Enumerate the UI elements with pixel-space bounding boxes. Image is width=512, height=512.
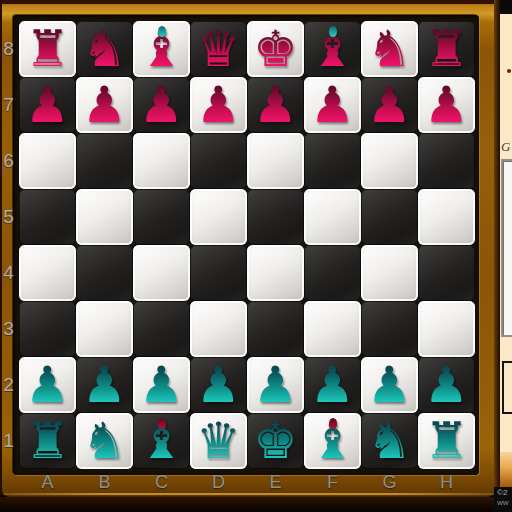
piece-black-bishop[interactable]: ♝: [304, 21, 361, 77]
square-d5[interactable]: [190, 189, 247, 245]
piece-black-queen[interactable]: ♛: [190, 21, 247, 77]
square-d4[interactable]: [190, 245, 247, 301]
bishop-tip-icon: [329, 418, 337, 429]
square-a6[interactable]: [19, 133, 76, 189]
square-e6[interactable]: [247, 133, 304, 189]
file-label-f: F: [304, 470, 361, 494]
piece-white-knight[interactable]: ♞: [361, 413, 418, 469]
rank-label-7: 7: [0, 77, 17, 133]
panel-button[interactable]: [502, 361, 512, 414]
piece-white-pawn[interactable]: ♟: [361, 357, 418, 413]
piece-black-knight[interactable]: ♞: [76, 21, 133, 77]
square-a1[interactable]: ♜: [19, 413, 76, 469]
move-list-box[interactable]: [501, 159, 512, 337]
file-label-b: B: [76, 470, 133, 494]
file-label-e: E: [247, 470, 304, 494]
rank-label-6: 6: [0, 133, 17, 189]
bishop-tip-icon: [329, 26, 337, 37]
piece-black-pawn[interactable]: ♟: [190, 77, 247, 133]
piece-black-rook[interactable]: ♜: [418, 21, 475, 77]
piece-black-bishop[interactable]: ♝: [133, 21, 190, 77]
square-e5[interactable]: [247, 189, 304, 245]
square-d2[interactable]: ♟: [190, 357, 247, 413]
piece-white-knight[interactable]: ♞: [76, 413, 133, 469]
piece-white-rook[interactable]: ♜: [418, 413, 475, 469]
chess-app-window: ♜♞♝♛♚♝♞♜♟♟♟♟♟♟♟♟♟♟♟♟♟♟♟♟♜♞♝♛♚♝♞♜ 8765432…: [0, 0, 512, 512]
square-h5[interactable]: [418, 189, 475, 245]
square-d7[interactable]: ♟: [190, 77, 247, 133]
square-a3[interactable]: [19, 301, 76, 357]
square-g2[interactable]: ♟: [361, 357, 418, 413]
square-f5[interactable]: [304, 189, 361, 245]
side-panel-section-label: G: [501, 139, 510, 155]
square-h4[interactable]: [418, 245, 475, 301]
rank-label-2: 2: [0, 357, 17, 413]
square-b1[interactable]: ♞: [76, 413, 133, 469]
square-e4[interactable]: [247, 245, 304, 301]
rank-label-5: 5: [0, 189, 17, 245]
square-b2[interactable]: ♟: [76, 357, 133, 413]
piece-black-pawn[interactable]: ♟: [19, 77, 76, 133]
piece-black-rook[interactable]: ♜: [19, 21, 76, 77]
frame-bottom-shadow: [0, 497, 497, 512]
square-d8[interactable]: ♛: [190, 21, 247, 77]
square-g5[interactable]: [361, 189, 418, 245]
square-h8[interactable]: ♜: [418, 21, 475, 77]
side-panel-header: [500, 0, 512, 14]
rank-label-8: 8: [0, 21, 17, 77]
piece-black-knight[interactable]: ♞: [361, 21, 418, 77]
square-c6[interactable]: [133, 133, 190, 189]
rank-label-1: 1: [0, 413, 17, 469]
square-g8[interactable]: ♞: [361, 21, 418, 77]
piece-white-pawn[interactable]: ♟: [304, 357, 361, 413]
copyright-line2: ww: [497, 498, 512, 508]
piece-black-pawn[interactable]: ♟: [361, 77, 418, 133]
copyright-footer: ©2 ww: [494, 487, 512, 512]
rank-labels: 87654321: [0, 21, 17, 469]
piece-black-pawn[interactable]: ♟: [133, 77, 190, 133]
square-e1[interactable]: ♚: [247, 413, 304, 469]
square-f1[interactable]: ♝: [304, 413, 361, 469]
square-d6[interactable]: [190, 133, 247, 189]
chess-board[interactable]: ♜♞♝♛♚♝♞♜♟♟♟♟♟♟♟♟♟♟♟♟♟♟♟♟♜♞♝♛♚♝♞♜: [19, 21, 475, 469]
square-f7[interactable]: ♟: [304, 77, 361, 133]
square-f3[interactable]: [304, 301, 361, 357]
square-a7[interactable]: ♟: [19, 77, 76, 133]
square-c5[interactable]: [133, 189, 190, 245]
square-a4[interactable]: [19, 245, 76, 301]
piece-white-bishop[interactable]: ♝: [304, 413, 361, 469]
square-f4[interactable]: [304, 245, 361, 301]
square-c7[interactable]: ♟: [133, 77, 190, 133]
square-h6[interactable]: [418, 133, 475, 189]
square-a5[interactable]: [19, 189, 76, 245]
square-e8[interactable]: ♚: [247, 21, 304, 77]
file-label-g: G: [361, 470, 418, 494]
file-label-c: C: [133, 470, 190, 494]
square-b5[interactable]: [76, 189, 133, 245]
square-c2[interactable]: ♟: [133, 357, 190, 413]
side-panel: G ©2 ww: [500, 0, 512, 512]
square-f2[interactable]: ♟: [304, 357, 361, 413]
bishop-tip-icon: [158, 418, 166, 429]
file-labels: ABCDEFGH: [19, 470, 475, 494]
square-b8[interactable]: ♞: [76, 21, 133, 77]
piece-white-pawn[interactable]: ♟: [418, 357, 475, 413]
piece-white-pawn[interactable]: ♟: [190, 357, 247, 413]
piece-black-pawn[interactable]: ♟: [304, 77, 361, 133]
square-c1[interactable]: ♝: [133, 413, 190, 469]
square-c4[interactable]: [133, 245, 190, 301]
bullet-icon: [507, 69, 511, 73]
square-e7[interactable]: ♟: [247, 77, 304, 133]
piece-black-king[interactable]: ♚: [247, 21, 304, 77]
square-b6[interactable]: [76, 133, 133, 189]
square-d1[interactable]: ♛: [190, 413, 247, 469]
square-a2[interactable]: ♟: [19, 357, 76, 413]
piece-white-rook[interactable]: ♜: [19, 413, 76, 469]
bishop-tip-icon: [158, 26, 166, 37]
square-g6[interactable]: [361, 133, 418, 189]
square-a8[interactable]: ♜: [19, 21, 76, 77]
square-h2[interactable]: ♟: [418, 357, 475, 413]
piece-black-pawn[interactable]: ♟: [76, 77, 133, 133]
square-f8[interactable]: ♝: [304, 21, 361, 77]
square-b3[interactable]: [76, 301, 133, 357]
piece-white-queen[interactable]: ♛: [190, 413, 247, 469]
frame-top-edge: [0, 0, 497, 4]
square-d3[interactable]: [190, 301, 247, 357]
piece-white-bishop[interactable]: ♝: [133, 413, 190, 469]
square-g7[interactable]: ♟: [361, 77, 418, 133]
square-g4[interactable]: [361, 245, 418, 301]
piece-white-king[interactable]: ♚: [247, 413, 304, 469]
file-label-h: H: [418, 470, 475, 494]
piece-white-pawn[interactable]: ♟: [247, 357, 304, 413]
copyright-line1: ©2: [497, 487, 512, 498]
piece-white-pawn[interactable]: ♟: [19, 357, 76, 413]
square-b7[interactable]: ♟: [76, 77, 133, 133]
piece-black-pawn[interactable]: ♟: [247, 77, 304, 133]
square-h7[interactable]: ♟: [418, 77, 475, 133]
file-label-a: A: [19, 470, 76, 494]
square-g1[interactable]: ♞: [361, 413, 418, 469]
panel-orange-banner: [500, 452, 512, 487]
square-h1[interactable]: ♜: [418, 413, 475, 469]
rank-label-3: 3: [0, 301, 17, 357]
square-c3[interactable]: [133, 301, 190, 357]
square-g3[interactable]: [361, 301, 418, 357]
piece-white-pawn[interactable]: ♟: [76, 357, 133, 413]
square-e2[interactable]: ♟: [247, 357, 304, 413]
rank-label-4: 4: [0, 245, 17, 301]
square-h3[interactable]: [418, 301, 475, 357]
square-c8[interactable]: ♝: [133, 21, 190, 77]
square-e3[interactable]: [247, 301, 304, 357]
piece-black-pawn[interactable]: ♟: [418, 77, 475, 133]
piece-white-pawn[interactable]: ♟: [133, 357, 190, 413]
file-label-d: D: [190, 470, 247, 494]
square-b4[interactable]: [76, 245, 133, 301]
square-f6[interactable]: [304, 133, 361, 189]
